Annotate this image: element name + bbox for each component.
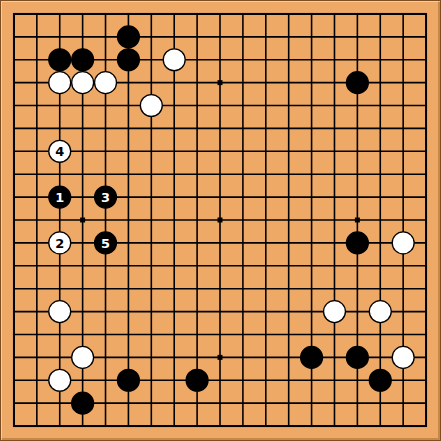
star-point bbox=[355, 218, 360, 223]
black-stone bbox=[346, 72, 368, 94]
black-stone bbox=[346, 232, 368, 254]
star-point bbox=[218, 80, 223, 85]
move-3-stone: 3 bbox=[95, 186, 117, 208]
white-stone bbox=[72, 72, 94, 94]
star-point bbox=[218, 218, 223, 223]
white-stone bbox=[369, 301, 391, 323]
black-stone bbox=[117, 26, 139, 48]
move-5-stone: 5 bbox=[95, 232, 117, 254]
move-4-stone: 4 bbox=[49, 140, 71, 162]
black-stone bbox=[72, 392, 94, 414]
star-point bbox=[80, 218, 85, 223]
white-stone bbox=[163, 49, 185, 71]
white-stone bbox=[95, 72, 117, 94]
move-1-stone: 1 bbox=[49, 186, 71, 208]
white-stone bbox=[72, 346, 94, 368]
white-stone bbox=[49, 72, 71, 94]
star-point bbox=[218, 355, 223, 360]
black-stone bbox=[301, 346, 323, 368]
black-stone bbox=[117, 369, 139, 391]
white-stone bbox=[49, 301, 71, 323]
go-board[interactable]: 13542 bbox=[0, 0, 441, 441]
black-stone bbox=[49, 49, 71, 71]
white-stone bbox=[140, 95, 162, 117]
white-stone bbox=[392, 232, 414, 254]
move-2-stone: 2 bbox=[49, 232, 71, 254]
white-stone bbox=[49, 369, 71, 391]
black-stone bbox=[72, 49, 94, 71]
black-stone bbox=[117, 49, 139, 71]
white-stone bbox=[392, 346, 414, 368]
black-stone bbox=[186, 369, 208, 391]
white-stone bbox=[324, 301, 346, 323]
black-stone bbox=[369, 369, 391, 391]
go-board-canvas: 13542 bbox=[1, 1, 440, 440]
black-stone bbox=[346, 346, 368, 368]
